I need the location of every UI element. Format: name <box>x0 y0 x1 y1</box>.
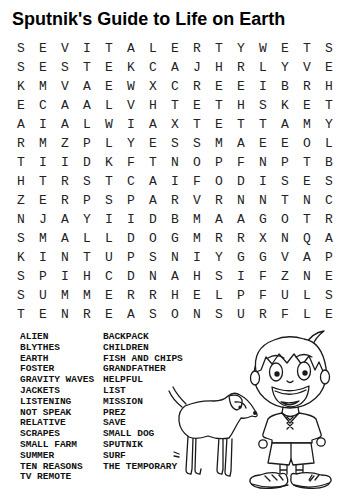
grid-cell[interactable]: L <box>98 96 120 115</box>
grid-cell[interactable]: T <box>142 153 164 172</box>
grid-cell[interactable]: T <box>208 96 230 115</box>
grid-cell[interactable]: T <box>252 115 274 134</box>
grid-cell[interactable]: L <box>296 286 318 305</box>
grid-cell[interactable]: I <box>186 248 208 267</box>
grid-cell[interactable]: S <box>10 267 32 286</box>
grid-cell[interactable]: A <box>142 172 164 191</box>
grid-cell[interactable]: E <box>318 267 340 286</box>
grid-cell[interactable]: K <box>98 153 120 172</box>
grid-cell[interactable]: R <box>54 191 76 210</box>
grid-cell[interactable]: N <box>10 210 32 229</box>
grid-cell[interactable]: G <box>252 210 274 229</box>
grid-cell[interactable]: N <box>252 191 274 210</box>
grid-cell[interactable]: I <box>252 77 274 96</box>
grid-cell[interactable]: E <box>252 134 274 153</box>
grid-cell[interactable]: M <box>76 286 98 305</box>
grid-cell[interactable]: T <box>186 115 208 134</box>
grid-cell[interactable]: R <box>54 172 76 191</box>
grid-cell[interactable]: E <box>186 96 208 115</box>
grid-cell[interactable]: S <box>10 286 32 305</box>
grid-cell[interactable]: P <box>76 134 98 153</box>
grid-cell[interactable]: R <box>186 77 208 96</box>
grid-cell[interactable]: I <box>98 210 120 229</box>
grid-cell[interactable]: R <box>230 58 252 77</box>
grid-cell[interactable]: E <box>208 115 230 134</box>
grid-cell[interactable]: B <box>164 210 186 229</box>
grid-cell[interactable]: U <box>32 286 54 305</box>
grid-cell[interactable]: H <box>164 286 186 305</box>
grid-cell[interactable]: E <box>32 191 54 210</box>
grid-cell[interactable]: E <box>318 58 340 77</box>
grid-cell[interactable]: N <box>54 305 76 324</box>
grid-cell[interactable]: I <box>76 39 98 58</box>
grid-cell[interactable]: E <box>186 286 208 305</box>
grid-cell[interactable]: A <box>164 58 186 77</box>
grid-cell[interactable]: E <box>274 39 296 58</box>
grid-cell[interactable]: X <box>142 77 164 96</box>
grid-cell[interactable]: A <box>230 210 252 229</box>
grid-cell[interactable]: M <box>208 134 230 153</box>
grass-mark <box>174 452 179 457</box>
grid-cell[interactable]: E <box>296 96 318 115</box>
word-search-grid: SEVITALERTYWETSSESTEKCAJHRLYVEKMVAEWXCRE… <box>10 39 340 324</box>
grid-cell[interactable]: X <box>252 229 274 248</box>
grid-cell[interactable]: S <box>274 172 296 191</box>
grid-cell[interactable]: A <box>76 77 98 96</box>
grid-cell[interactable]: E <box>318 305 340 324</box>
grid-cell[interactable]: T <box>32 172 54 191</box>
grid-cell[interactable]: T <box>230 115 252 134</box>
grid-cell[interactable]: A <box>54 229 76 248</box>
grid-cell[interactable]: F <box>252 267 274 286</box>
grid-cell[interactable]: K <box>274 96 296 115</box>
grid-cell[interactable]: F <box>186 172 208 191</box>
grid-cell[interactable]: T <box>164 96 186 115</box>
grid-cell[interactable]: I <box>54 267 76 286</box>
boy-right-ear <box>321 370 330 384</box>
grid-cell[interactable]: A <box>10 115 32 134</box>
grid-cell[interactable]: I <box>120 210 142 229</box>
grid-cell[interactable]: F <box>252 286 274 305</box>
word-list-left: ALIENBLYTHESEARTHFOSTERGRAVITY WAVESJACK… <box>20 332 94 483</box>
grid-cell[interactable]: T <box>98 172 120 191</box>
grid-cell[interactable]: A <box>296 248 318 267</box>
grid-cell[interactable]: P <box>318 248 340 267</box>
dog-nose <box>253 411 257 415</box>
grid-cell[interactable]: M <box>54 286 76 305</box>
grid-cell[interactable]: O <box>274 210 296 229</box>
grid-cell[interactable]: I <box>54 153 76 172</box>
grid-cell[interactable]: S <box>208 305 230 324</box>
grid-cell[interactable]: S <box>164 134 186 153</box>
grid-cell[interactable]: C <box>32 96 54 115</box>
grid-cell[interactable]: S <box>318 39 340 58</box>
grid-cell[interactable]: T <box>296 210 318 229</box>
grid-cell[interactable]: S <box>54 58 76 77</box>
grid-cell[interactable]: E <box>98 58 120 77</box>
grid-cell[interactable]: R <box>296 77 318 96</box>
grid-cell[interactable]: E <box>10 96 32 115</box>
grid-cell[interactable]: A <box>142 191 164 210</box>
grid-cell[interactable]: P <box>120 248 142 267</box>
grid-cell[interactable]: A <box>76 96 98 115</box>
grid-cell[interactable]: S <box>318 286 340 305</box>
grid-cell[interactable]: A <box>120 39 142 58</box>
grid-cell[interactable]: O <box>186 153 208 172</box>
grid-cell[interactable]: H <box>76 267 98 286</box>
grid-cell[interactable]: R <box>230 229 252 248</box>
grid-cell[interactable]: E <box>296 172 318 191</box>
grid-cell[interactable]: D <box>120 267 142 286</box>
boy-with-dog-illustration <box>168 330 354 500</box>
grid-cell[interactable]: D <box>230 172 252 191</box>
grid-cell[interactable]: P <box>208 153 230 172</box>
grid-cell[interactable]: M <box>186 210 208 229</box>
grid-cell[interactable]: S <box>98 191 120 210</box>
grid-cell[interactable]: Y <box>230 39 252 58</box>
grid-cell[interactable]: N <box>296 191 318 210</box>
dog-front-legs <box>217 437 232 476</box>
grid-cell[interactable]: S <box>208 267 230 286</box>
grid-cell[interactable]: F <box>274 305 296 324</box>
grid-cell[interactable]: C <box>164 77 186 96</box>
grid-cell[interactable]: T <box>10 153 32 172</box>
grid-cell[interactable]: S <box>318 172 340 191</box>
grid-cell[interactable]: S <box>186 134 208 153</box>
grid-cell[interactable]: P <box>32 267 54 286</box>
grid-cell[interactable]: V <box>120 96 142 115</box>
word-list-item: BLYTHES <box>20 343 94 354</box>
grid-cell[interactable]: L <box>76 115 98 134</box>
grid-cell[interactable]: H <box>186 267 208 286</box>
grid-cell[interactable]: G <box>164 229 186 248</box>
grid-cell[interactable]: R <box>208 229 230 248</box>
grid-cell[interactable]: B <box>274 77 296 96</box>
grid-cell[interactable]: N <box>274 229 296 248</box>
grid-cell[interactable]: Y <box>120 134 142 153</box>
grid-cell[interactable]: I <box>32 153 54 172</box>
grid-cell[interactable]: I <box>120 115 142 134</box>
grid-cell[interactable]: N <box>230 191 252 210</box>
word-list-item: SUMMER <box>20 451 94 462</box>
grid-cell[interactable]: T <box>208 39 230 58</box>
grid-cell[interactable]: E <box>142 134 164 153</box>
grid-cell[interactable]: R <box>252 305 274 324</box>
grid-cell[interactable]: L <box>252 58 274 77</box>
grid-cell[interactable]: N <box>54 248 76 267</box>
grid-cell[interactable]: T <box>76 248 98 267</box>
grid-cell[interactable]: Y <box>208 248 230 267</box>
grid-cell[interactable]: U <box>230 305 252 324</box>
grid-cell[interactable]: E <box>164 39 186 58</box>
grid-cell[interactable]: T <box>296 39 318 58</box>
grid-cell[interactable]: V <box>54 77 76 96</box>
grid-cell[interactable]: I <box>32 248 54 267</box>
grid-cell[interactable]: H <box>208 58 230 77</box>
grid-cell[interactable]: L <box>98 134 120 153</box>
grid-cell[interactable]: S <box>142 305 164 324</box>
grid-cell[interactable]: S <box>10 58 32 77</box>
grid-cell[interactable]: P <box>120 191 142 210</box>
grid-cell[interactable]: N <box>142 267 164 286</box>
boy-left-hand <box>259 440 267 448</box>
grid-cell[interactable]: R <box>76 305 98 324</box>
grid-cell[interactable]: E <box>98 286 120 305</box>
grid-cell[interactable]: R <box>142 286 164 305</box>
grid-cell[interactable]: Y <box>274 58 296 77</box>
dog-body <box>179 393 257 438</box>
grid-cell[interactable]: R <box>208 191 230 210</box>
grid-cell[interactable]: N <box>186 305 208 324</box>
grid-cell[interactable]: S <box>76 172 98 191</box>
grid-cell[interactable]: M <box>296 115 318 134</box>
grid-cell[interactable]: S <box>10 229 32 248</box>
grid-cell[interactable]: U <box>98 248 120 267</box>
grid-cell[interactable]: N <box>164 248 186 267</box>
grid-cell[interactable]: P <box>76 191 98 210</box>
grid-cell[interactable]: A <box>208 210 230 229</box>
grid-cell[interactable]: F <box>120 153 142 172</box>
puzzle-title: Sputnik's Guide to Life on Earth <box>12 9 285 30</box>
boy-right-hand <box>317 438 325 446</box>
word-search-worksheet: Sputnik's Guide to Life on Earth SEVITAL… <box>0 0 354 500</box>
grid-cell[interactable]: Z <box>10 191 32 210</box>
grid-cell[interactable]: T <box>76 58 98 77</box>
grid-cell[interactable]: H <box>230 96 252 115</box>
grid-cell[interactable]: I <box>32 115 54 134</box>
grid-cell[interactable]: C <box>98 267 120 286</box>
grid-cell[interactable]: A <box>274 115 296 134</box>
grid-cell[interactable]: K <box>10 77 32 96</box>
grid-cell[interactable]: V <box>186 191 208 210</box>
dog-rear-legs <box>186 436 201 474</box>
grid-cell[interactable]: K <box>120 58 142 77</box>
grid-cell[interactable]: E <box>230 77 252 96</box>
grid-cell[interactable]: I <box>252 172 274 191</box>
grid-cell[interactable]: H <box>10 172 32 191</box>
grid-cell[interactable]: E <box>98 77 120 96</box>
grid-cell[interactable]: W <box>98 115 120 134</box>
grid-cell[interactable]: H <box>318 77 340 96</box>
grid-cell[interactable]: A <box>120 305 142 324</box>
word-list-item: TV REMOTE <box>20 472 94 483</box>
grid-cell[interactable]: L <box>208 286 230 305</box>
boy-right-pupil <box>302 370 307 375</box>
grid-cell[interactable]: D <box>142 210 164 229</box>
grid-cell[interactable]: O <box>142 229 164 248</box>
grid-cell[interactable]: A <box>54 96 76 115</box>
grid-cell[interactable]: T <box>318 96 340 115</box>
grid-cell[interactable]: I <box>230 267 252 286</box>
grid-cell[interactable]: V <box>54 39 76 58</box>
grid-cell[interactable]: V <box>274 248 296 267</box>
grid-cell[interactable]: F <box>230 153 252 172</box>
grid-cell[interactable]: R <box>318 210 340 229</box>
grid-cell[interactable]: A <box>54 115 76 134</box>
grid-cell[interactable]: B <box>318 153 340 172</box>
grid-cell[interactable]: W <box>252 39 274 58</box>
grid-cell[interactable]: Y <box>76 210 98 229</box>
grid-cell[interactable]: A <box>164 267 186 286</box>
grid-cell[interactable]: C <box>318 191 340 210</box>
grid-cell[interactable]: Y <box>318 115 340 134</box>
grid-cell[interactable]: L <box>296 305 318 324</box>
grid-cell[interactable]: P <box>274 153 296 172</box>
grid-cell[interactable]: G <box>252 248 274 267</box>
boy-left-pupil <box>274 371 279 376</box>
grid-cell[interactable]: C <box>142 58 164 77</box>
grid-cell[interactable]: S <box>10 39 32 58</box>
grid-cell[interactable]: X <box>164 115 186 134</box>
grid-cell[interactable]: A <box>142 115 164 134</box>
grid-cell[interactable]: T <box>98 39 120 58</box>
dog-eye <box>238 405 241 408</box>
grid-cell[interactable]: E <box>208 77 230 96</box>
grid-cell[interactable]: D <box>76 153 98 172</box>
grid-cell[interactable]: Q <box>296 229 318 248</box>
word-list-item: LISTENING <box>20 397 94 408</box>
grid-cell[interactable]: W <box>120 77 142 96</box>
grid-cell[interactable]: E <box>98 305 120 324</box>
grid-cell[interactable]: R <box>10 134 32 153</box>
grid-cell[interactable]: M <box>32 77 54 96</box>
grid-cell[interactable]: T <box>274 191 296 210</box>
grid-cell[interactable]: N <box>296 267 318 286</box>
grid-cell[interactable]: T <box>296 153 318 172</box>
grid-cell[interactable]: L <box>98 229 120 248</box>
grid-cell[interactable]: T <box>10 305 32 324</box>
grid-cell[interactable]: L <box>142 39 164 58</box>
grid-cell[interactable]: Z <box>54 134 76 153</box>
grid-cell[interactable]: R <box>164 191 186 210</box>
grid-cell[interactable]: C <box>120 172 142 191</box>
grid-cell[interactable]: V <box>296 58 318 77</box>
grid-cell[interactable]: Z <box>274 267 296 286</box>
grid-cell[interactable]: M <box>32 134 54 153</box>
grid-cell[interactable]: L <box>318 134 340 153</box>
grid-cell[interactable]: S <box>142 248 164 267</box>
grid-cell[interactable]: M <box>32 229 54 248</box>
boy-left-ear <box>251 371 260 385</box>
grid-cell[interactable]: E <box>32 39 54 58</box>
grid-cell[interactable]: A <box>318 229 340 248</box>
grid-cell[interactable]: O <box>296 134 318 153</box>
grid-cell[interactable]: R <box>120 286 142 305</box>
grid-cell[interactable]: J <box>32 210 54 229</box>
grid-cell[interactable]: U <box>274 286 296 305</box>
grid-cell[interactable]: I <box>164 172 186 191</box>
grid-cell[interactable]: R <box>186 39 208 58</box>
boy-legs <box>280 465 303 474</box>
grid-cell[interactable]: O <box>164 305 186 324</box>
grid-cell[interactable]: N <box>252 153 274 172</box>
grid-cell[interactable]: E <box>274 134 296 153</box>
grid-cell[interactable]: A <box>230 134 252 153</box>
grid-cell[interactable]: H <box>142 96 164 115</box>
grid-cell[interactable]: A <box>54 210 76 229</box>
grid-cell[interactable]: O <box>208 172 230 191</box>
grid-cell[interactable]: M <box>186 229 208 248</box>
grid-cell[interactable]: K <box>10 248 32 267</box>
grid-cell[interactable]: J <box>186 58 208 77</box>
grid-cell[interactable]: N <box>164 153 186 172</box>
dog-tail <box>169 387 186 407</box>
grid-cell[interactable]: G <box>230 248 252 267</box>
grid-cell[interactable]: D <box>120 229 142 248</box>
grid-cell[interactable]: E <box>32 305 54 324</box>
grid-cell[interactable]: P <box>230 286 252 305</box>
grid-cell[interactable]: E <box>32 58 54 77</box>
grid-cell[interactable]: S <box>252 96 274 115</box>
grid-cell[interactable]: L <box>76 229 98 248</box>
